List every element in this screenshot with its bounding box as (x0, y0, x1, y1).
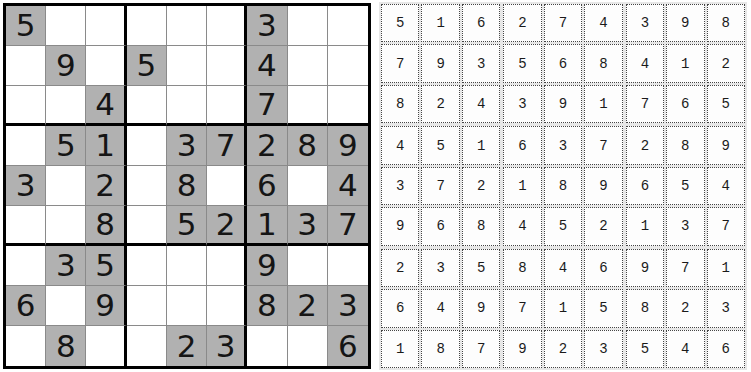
puzzle-cell-r1c6[interactable] (207, 6, 247, 46)
solution-cell-r5c8: 5 (666, 167, 704, 205)
solution-cell-r3c7: 7 (626, 85, 664, 123)
puzzle-cell-r5c4[interactable] (127, 166, 167, 206)
puzzle-cell-r4c1[interactable] (6, 126, 46, 166)
solution-box-1: 516793824 (381, 4, 500, 123)
solution-cell-r5c1: 3 (381, 167, 419, 205)
solution-cell-r6c2: 6 (421, 207, 459, 245)
solution-cell-r3c6: 1 (584, 85, 622, 123)
puzzle-cell-r7c1[interactable] (6, 246, 46, 286)
solution-cell-r9c7: 5 (626, 330, 664, 368)
puzzle-cell-r7c3[interactable]: 5 (86, 246, 126, 286)
puzzle-cell-r9c4[interactable] (127, 326, 167, 366)
solution-cell-r9c9: 6 (707, 330, 745, 368)
puzzle-cell-r8c4[interactable] (127, 286, 167, 326)
solution-cell-r4c8: 8 (666, 126, 704, 164)
solution-cell-r1c9: 8 (707, 4, 745, 42)
puzzle-cell-r5c3[interactable]: 2 (86, 166, 126, 206)
solution-cell-r5c4: 1 (503, 167, 541, 205)
solution-cell-r2c5: 6 (544, 44, 582, 82)
solution-cell-r1c8: 9 (666, 4, 704, 42)
solution-cell-r8c7: 8 (626, 289, 664, 327)
solution-cell-r1c6: 4 (584, 4, 622, 42)
puzzle-cell-r2c1[interactable] (6, 46, 46, 86)
solution-cell-r8c1: 6 (381, 289, 419, 327)
puzzle-cell-r6c8[interactable]: 3 (288, 206, 328, 246)
solution-cell-r7c1: 2 (381, 249, 419, 287)
puzzle-cell-r3c7[interactable]: 7 (247, 86, 287, 126)
puzzle-cell-r8c8[interactable]: 2 (288, 286, 328, 326)
solution-box-8: 846715923 (503, 249, 622, 368)
solution-cell-r9c3: 7 (462, 330, 500, 368)
puzzle-cell-r8c1[interactable]: 6 (6, 286, 46, 326)
solution-cell-r7c8: 7 (666, 249, 704, 287)
puzzle-cell-r3c9[interactable] (328, 86, 368, 126)
puzzle-cell-r6c2[interactable] (46, 206, 86, 246)
puzzle-cell-r9c3[interactable] (86, 326, 126, 366)
puzzle-cell-r5c6[interactable] (207, 166, 247, 206)
solution-cell-r3c2: 2 (421, 85, 459, 123)
puzzle-cell-r4c3[interactable]: 1 (86, 126, 126, 166)
solution-grid: 5167938242745683913984127654513729686371… (379, 2, 747, 370)
solution-cell-r3c4: 3 (503, 85, 541, 123)
solution-cell-r7c7: 9 (626, 249, 664, 287)
solution-cell-r2c2: 9 (421, 44, 459, 82)
puzzle-cell-r8c2[interactable] (46, 286, 86, 326)
solution-cell-r4c2: 5 (421, 126, 459, 164)
puzzle-cell-r7c2[interactable]: 3 (46, 246, 86, 286)
solution-cell-r1c3: 6 (462, 4, 500, 42)
solution-box-7: 235649187 (381, 249, 500, 368)
puzzle-cell-r9c9[interactable]: 6 (328, 326, 368, 366)
puzzle-cell-r9c8[interactable] (288, 326, 328, 366)
puzzle-cell-r5c1[interactable]: 3 (6, 166, 46, 206)
puzzle-cell-r2c6[interactable] (207, 46, 247, 86)
puzzle-cell-r6c1[interactable] (6, 206, 46, 246)
solution-cell-r5c9: 4 (707, 167, 745, 205)
solution-cell-r7c3: 5 (462, 249, 500, 287)
solution-cell-r2c7: 4 (626, 44, 664, 82)
solution-cell-r3c1: 8 (381, 85, 419, 123)
puzzle-cell-r3c1[interactable] (6, 86, 46, 126)
puzzle-cell-r7c8[interactable] (288, 246, 328, 286)
solution-cell-r4c6: 7 (584, 126, 622, 164)
solution-cell-r7c5: 4 (544, 249, 582, 287)
puzzle-cell-r6c6[interactable]: 2 (207, 206, 247, 246)
solution-box-6: 289654137 (626, 126, 745, 245)
puzzle-cell-r1c9[interactable] (328, 6, 368, 46)
puzzle-cell-r2c9[interactable] (328, 46, 368, 86)
solution-cell-r8c8: 2 (666, 289, 704, 327)
puzzle-cell-r3c8[interactable] (288, 86, 328, 126)
solution-cell-r7c6: 6 (584, 249, 622, 287)
puzzle-cell-r6c9[interactable]: 7 (328, 206, 368, 246)
solution-cell-r7c9: 1 (707, 249, 745, 287)
solution-cell-r4c4: 6 (503, 126, 541, 164)
solution-cell-r8c6: 5 (584, 289, 622, 327)
puzzle-cell-r2c7[interactable]: 4 (247, 46, 287, 86)
puzzle-cell-r6c4[interactable] (127, 206, 167, 246)
solution-cell-r2c6: 8 (584, 44, 622, 82)
solution-cell-r4c7: 2 (626, 126, 664, 164)
puzzle-cell-r4c4[interactable] (127, 126, 167, 166)
puzzle-cell-r2c8[interactable] (288, 46, 328, 86)
solution-cell-r6c3: 8 (462, 207, 500, 245)
solution-cell-r8c3: 9 (462, 289, 500, 327)
solution-cell-r4c5: 3 (544, 126, 582, 164)
solution-cell-r4c9: 9 (707, 126, 745, 164)
puzzle-cell-r9c7[interactable] (247, 326, 287, 366)
puzzle-cell-r7c7[interactable]: 9 (247, 246, 287, 286)
solution-cell-r6c1: 9 (381, 207, 419, 245)
puzzle-cell-r3c6[interactable] (207, 86, 247, 126)
solution-box-3: 398412765 (626, 4, 745, 123)
solution-cell-r9c2: 8 (421, 330, 459, 368)
solution-box-9: 971823546 (626, 249, 745, 368)
puzzle-cell-r1c4[interactable] (127, 6, 167, 46)
puzzle-cell-r1c5[interactable] (167, 6, 207, 46)
puzzle-cell-r2c5[interactable] (167, 46, 207, 86)
solution-cell-r5c5: 8 (544, 167, 582, 205)
solution-cell-r1c1: 5 (381, 4, 419, 42)
puzzle-cell-r8c7[interactable]: 8 (247, 286, 287, 326)
solution-box-4: 451372968 (381, 126, 500, 245)
puzzle-cell-r9c1[interactable] (6, 326, 46, 366)
solution-cell-r2c8: 1 (666, 44, 704, 82)
puzzle-cell-r3c2[interactable] (46, 86, 86, 126)
puzzle-cell-r6c7[interactable]: 1 (247, 206, 287, 246)
puzzle-cell-r5c8[interactable] (288, 166, 328, 206)
solution-cell-r1c4: 2 (503, 4, 541, 42)
solution-cell-r3c3: 4 (462, 85, 500, 123)
puzzle-cell-r1c7[interactable]: 3 (247, 6, 287, 46)
puzzle-cell-r3c5[interactable] (167, 86, 207, 126)
sudoku-diagram: 5395447513728932864852137359698238236 51… (0, 0, 751, 372)
puzzle-cell-r3c4[interactable] (127, 86, 167, 126)
puzzle-cell-r4c9[interactable]: 9 (328, 126, 368, 166)
solution-cell-r1c7: 3 (626, 4, 664, 42)
puzzle-cell-r6c5[interactable]: 5 (167, 206, 207, 246)
puzzle-cell-r4c8[interactable]: 8 (288, 126, 328, 166)
puzzle-grid: 5395447513728932864852137359698238236 (3, 3, 371, 369)
solution-cell-r9c1: 1 (381, 330, 419, 368)
solution-cell-r4c1: 4 (381, 126, 419, 164)
solution-cell-r9c6: 3 (584, 330, 622, 368)
solution-cell-r4c3: 1 (462, 126, 500, 164)
puzzle-cell-r3c3[interactable]: 4 (86, 86, 126, 126)
solution-cell-r6c5: 5 (544, 207, 582, 245)
puzzle-cell-r2c3[interactable] (86, 46, 126, 86)
puzzle-cell-r6c3[interactable]: 8 (86, 206, 126, 246)
puzzle-cell-r8c9[interactable]: 3 (328, 286, 368, 326)
solution-cell-r5c7: 6 (626, 167, 664, 205)
puzzle-cell-r9c2[interactable]: 8 (46, 326, 86, 366)
solution-cell-r7c4: 8 (503, 249, 541, 287)
solution-cell-r9c4: 9 (503, 330, 541, 368)
puzzle-cell-r1c3[interactable] (86, 6, 126, 46)
solution-cell-r6c6: 2 (584, 207, 622, 245)
solution-cell-r5c6: 9 (584, 167, 622, 205)
solution-cell-r2c1: 7 (381, 44, 419, 82)
solution-cell-r2c3: 3 (462, 44, 500, 82)
solution-cell-r6c8: 3 (666, 207, 704, 245)
puzzle-cell-r5c2[interactable] (46, 166, 86, 206)
solution-cell-r3c5: 9 (544, 85, 582, 123)
puzzle-cell-r9c5[interactable]: 2 (167, 326, 207, 366)
puzzle-cell-r5c9[interactable]: 4 (328, 166, 368, 206)
solution-cell-r2c4: 5 (503, 44, 541, 82)
puzzle-cell-r8c6[interactable] (207, 286, 247, 326)
solution-cell-r9c8: 4 (666, 330, 704, 368)
solution-box-5: 637189452 (503, 126, 622, 245)
puzzle-cell-r7c6[interactable] (207, 246, 247, 286)
puzzle-cell-r7c4[interactable] (127, 246, 167, 286)
puzzle-cell-r7c5[interactable] (167, 246, 207, 286)
puzzle-cell-r4c6[interactable]: 7 (207, 126, 247, 166)
puzzle-cell-r4c5[interactable]: 3 (167, 126, 207, 166)
solution-cell-r3c9: 5 (707, 85, 745, 123)
puzzle-cell-r1c2[interactable] (46, 6, 86, 46)
puzzle-cell-r5c7[interactable]: 6 (247, 166, 287, 206)
solution-cell-r8c9: 3 (707, 289, 745, 327)
puzzle-cell-r2c4[interactable]: 5 (127, 46, 167, 86)
puzzle-cell-r5c5[interactable]: 8 (167, 166, 207, 206)
solution-cell-r6c7: 1 (626, 207, 664, 245)
solution-cell-r5c3: 2 (462, 167, 500, 205)
solution-box-2: 274568391 (503, 4, 622, 123)
solution-cell-r1c5: 7 (544, 4, 582, 42)
solution-cell-r6c9: 7 (707, 207, 745, 245)
puzzle-cell-r4c7[interactable]: 2 (247, 126, 287, 166)
puzzle-cell-r1c1[interactable]: 5 (6, 6, 46, 46)
solution-cell-r1c2: 1 (421, 4, 459, 42)
solution-cell-r6c4: 4 (503, 207, 541, 245)
puzzle-cell-r8c5[interactable] (167, 286, 207, 326)
solution-cell-r8c4: 7 (503, 289, 541, 327)
solution-cell-r8c5: 1 (544, 289, 582, 327)
solution-cell-r2c9: 2 (707, 44, 745, 82)
puzzle-cell-r1c8[interactable] (288, 6, 328, 46)
puzzle-cell-r9c6[interactable]: 3 (207, 326, 247, 366)
solution-cell-r3c8: 6 (666, 85, 704, 123)
puzzle-cell-r8c3[interactable]: 9 (86, 286, 126, 326)
puzzle-cell-r7c9[interactable] (328, 246, 368, 286)
solution-cell-r7c2: 3 (421, 249, 459, 287)
puzzle-cell-r2c2[interactable]: 9 (46, 46, 86, 86)
puzzle-cell-r4c2[interactable]: 5 (46, 126, 86, 166)
solution-cell-r8c2: 4 (421, 289, 459, 327)
solution-cell-r9c5: 2 (544, 330, 582, 368)
solution-cell-r5c2: 7 (421, 167, 459, 205)
